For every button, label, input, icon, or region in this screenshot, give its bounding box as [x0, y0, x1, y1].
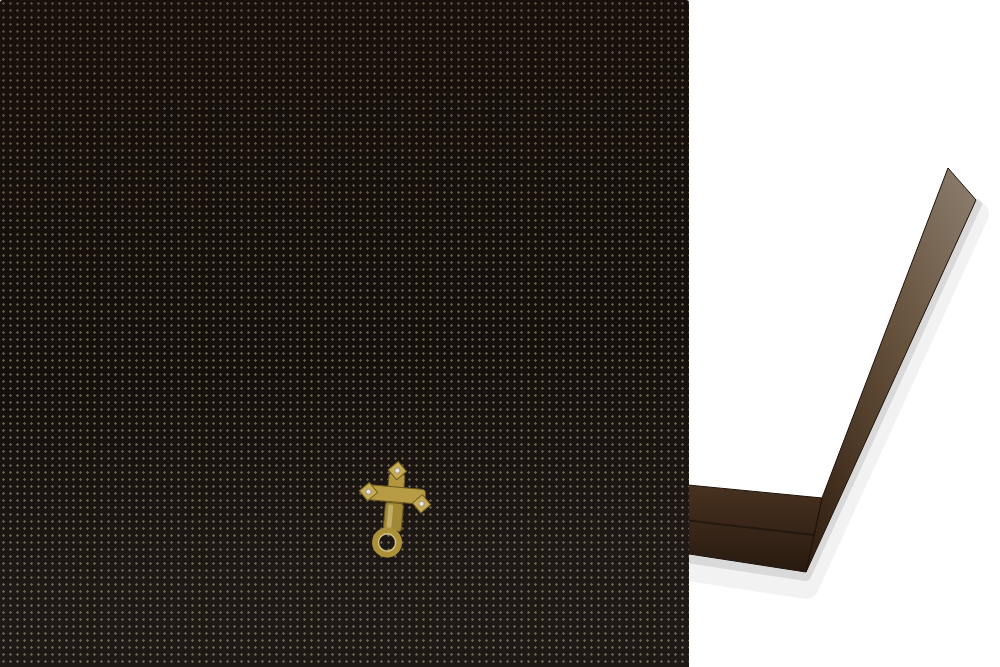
clasp-nail-right	[419, 501, 425, 507]
box-right-side	[806, 168, 976, 572]
checkers-set-photo	[0, 0, 1000, 667]
clasp-ring-highlight	[378, 533, 397, 552]
clasp-nail-left	[366, 489, 372, 495]
clasp-hasp[interactable]	[383, 502, 403, 531]
brass-clasp[interactable]	[345, 453, 445, 575]
clasp-nail-top	[395, 468, 401, 474]
